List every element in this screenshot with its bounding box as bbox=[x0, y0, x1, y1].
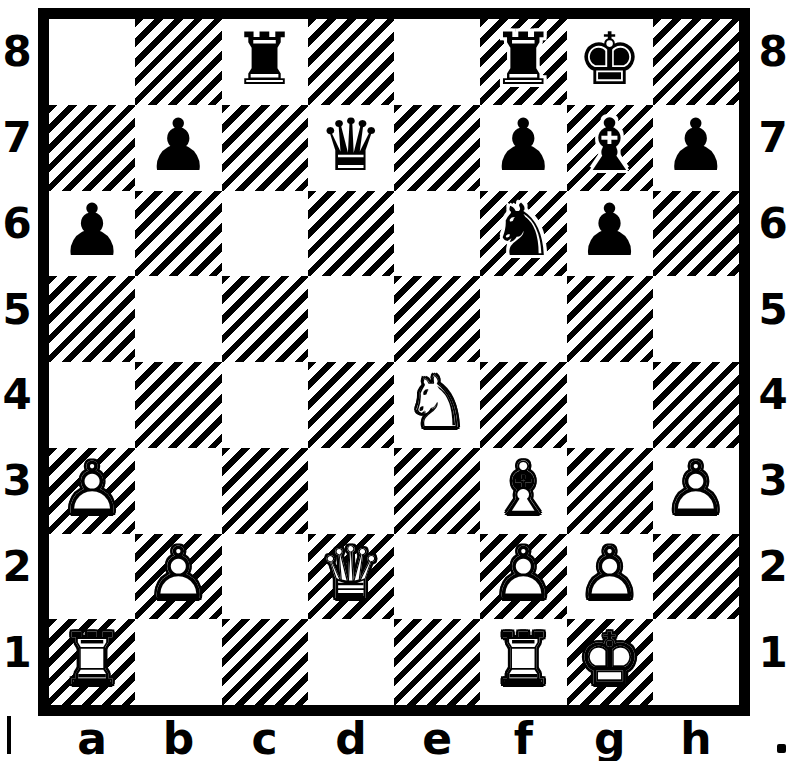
black-rook-icon: ♜ bbox=[222, 19, 308, 105]
scan-mark-bottom-right bbox=[777, 744, 786, 753]
rank-label-8: 8 bbox=[0, 9, 34, 95]
square-e1[interactable] bbox=[394, 619, 480, 705]
square-f8[interactable]: ♜ bbox=[480, 19, 566, 105]
square-c4[interactable] bbox=[222, 362, 308, 448]
square-g2[interactable]: ♟♙ bbox=[567, 534, 653, 620]
square-h1[interactable] bbox=[653, 619, 739, 705]
square-b8[interactable] bbox=[135, 19, 221, 105]
square-g1[interactable]: ♚♔ bbox=[567, 619, 653, 705]
square-e6[interactable] bbox=[394, 191, 480, 277]
piece-glyph: ♜ bbox=[480, 23, 566, 95]
square-h7[interactable]: ♟ bbox=[653, 105, 739, 191]
file-label-d: d bbox=[308, 716, 394, 761]
square-f6[interactable]: ♞ bbox=[480, 191, 566, 277]
rank-label-3: 3 bbox=[756, 438, 789, 524]
rank-label-6: 6 bbox=[756, 181, 789, 267]
rank-label-1: 1 bbox=[756, 609, 789, 695]
square-h3[interactable]: ♟♙ bbox=[653, 448, 739, 534]
piece-glyph: ♟ bbox=[567, 194, 653, 266]
piece-glyph-detail: ♗ bbox=[480, 452, 566, 524]
file-label-c: c bbox=[222, 716, 308, 761]
piece-glyph: ♟ bbox=[49, 194, 135, 266]
piece-glyph-detail: ♙ bbox=[567, 537, 653, 609]
square-e7[interactable] bbox=[394, 105, 480, 191]
piece-glyph: ♟ bbox=[653, 109, 739, 181]
chess-board: ♜♜♚♟♛♟♝♟♟♞♟♞♘♟♙♝♗♟♙♟♙♛♕♟♙♟♙♜♖♜♖♚♔ bbox=[38, 8, 750, 716]
square-f2[interactable]: ♟♙ bbox=[480, 534, 566, 620]
square-d6[interactable] bbox=[308, 191, 394, 277]
piece-glyph-detail: ♙ bbox=[135, 537, 221, 609]
square-a5[interactable] bbox=[49, 276, 135, 362]
square-c3[interactable] bbox=[222, 448, 308, 534]
black-pawn-icon: ♟ bbox=[135, 105, 221, 191]
white-pawn-icon: ♟♙ bbox=[135, 534, 221, 620]
rank-label-5: 5 bbox=[756, 266, 789, 352]
square-e5[interactable] bbox=[394, 276, 480, 362]
rank-label-7: 7 bbox=[0, 95, 34, 181]
square-f5[interactable] bbox=[480, 276, 566, 362]
rank-label-2: 2 bbox=[0, 524, 34, 610]
piece-glyph: ♜ bbox=[222, 23, 308, 95]
square-g5[interactable] bbox=[567, 276, 653, 362]
white-queen-icon: ♛♕ bbox=[308, 534, 394, 620]
piece-glyph-detail: ♙ bbox=[49, 452, 135, 524]
piece-glyph: ♝ bbox=[567, 109, 653, 181]
square-b1[interactable] bbox=[135, 619, 221, 705]
square-c2[interactable] bbox=[222, 534, 308, 620]
rank-label-3: 3 bbox=[0, 438, 34, 524]
square-b7[interactable]: ♟ bbox=[135, 105, 221, 191]
white-bishop-icon: ♝♗ bbox=[480, 448, 566, 534]
square-d8[interactable] bbox=[308, 19, 394, 105]
square-a2[interactable] bbox=[49, 534, 135, 620]
white-pawn-icon: ♟♙ bbox=[49, 448, 135, 534]
square-h6[interactable] bbox=[653, 191, 739, 277]
white-pawn-icon: ♟♙ bbox=[480, 534, 566, 620]
square-a4[interactable] bbox=[49, 362, 135, 448]
file-labels: abcdefgh bbox=[49, 716, 739, 761]
square-d5[interactable] bbox=[308, 276, 394, 362]
square-h5[interactable] bbox=[653, 276, 739, 362]
black-pawn-icon: ♟ bbox=[567, 191, 653, 277]
file-label-a: a bbox=[49, 716, 135, 761]
file-label-h: h bbox=[653, 716, 739, 761]
piece-glyph: ♚ bbox=[567, 23, 653, 95]
piece-glyph-detail: ♙ bbox=[653, 452, 739, 524]
black-bishop-icon: ♝ bbox=[567, 105, 653, 191]
square-d4[interactable] bbox=[308, 362, 394, 448]
piece-glyph-detail: ♙ bbox=[480, 537, 566, 609]
square-e2[interactable] bbox=[394, 534, 480, 620]
square-d2[interactable]: ♛♕ bbox=[308, 534, 394, 620]
square-b6[interactable] bbox=[135, 191, 221, 277]
black-queen-icon: ♛ bbox=[308, 105, 394, 191]
black-pawn-icon: ♟ bbox=[653, 105, 739, 191]
square-a8[interactable] bbox=[49, 19, 135, 105]
rank-label-7: 7 bbox=[756, 95, 789, 181]
piece-glyph-detail: ♕ bbox=[308, 537, 394, 609]
square-h4[interactable] bbox=[653, 362, 739, 448]
piece-glyph-detail: ♖ bbox=[480, 623, 566, 695]
white-knight-icon: ♞♘ bbox=[394, 362, 480, 448]
white-pawn-icon: ♟♙ bbox=[653, 448, 739, 534]
square-g8[interactable]: ♚ bbox=[567, 19, 653, 105]
square-d1[interactable] bbox=[308, 619, 394, 705]
square-g3[interactable] bbox=[567, 448, 653, 534]
white-rook-icon: ♜♖ bbox=[480, 619, 566, 705]
square-a6[interactable]: ♟ bbox=[49, 191, 135, 277]
file-label-f: f bbox=[480, 716, 566, 761]
scan-mark-bottom-left bbox=[7, 716, 11, 754]
rank-label-4: 4 bbox=[756, 352, 789, 438]
square-f7[interactable]: ♟ bbox=[480, 105, 566, 191]
piece-glyph: ♟ bbox=[135, 109, 221, 181]
piece-glyph-detail: ♔ bbox=[567, 623, 653, 695]
square-h8[interactable] bbox=[653, 19, 739, 105]
piece-glyph: ♞ bbox=[480, 194, 566, 266]
square-c1[interactable] bbox=[222, 619, 308, 705]
white-pawn-icon: ♟♙ bbox=[567, 534, 653, 620]
square-e4[interactable]: ♞♘ bbox=[394, 362, 480, 448]
square-a1[interactable]: ♜♖ bbox=[49, 619, 135, 705]
square-b2[interactable]: ♟♙ bbox=[135, 534, 221, 620]
piece-glyph-detail: ♘ bbox=[394, 366, 480, 438]
square-d3[interactable] bbox=[308, 448, 394, 534]
square-g4[interactable] bbox=[567, 362, 653, 448]
piece-glyph-detail: ♖ bbox=[49, 623, 135, 695]
piece-glyph: ♟ bbox=[480, 109, 566, 181]
white-rook-icon: ♜♖ bbox=[49, 619, 135, 705]
square-h2[interactable] bbox=[653, 534, 739, 620]
rank-label-8: 8 bbox=[756, 9, 789, 95]
square-c6[interactable] bbox=[222, 191, 308, 277]
square-d7[interactable]: ♛ bbox=[308, 105, 394, 191]
square-f3[interactable]: ♝♗ bbox=[480, 448, 566, 534]
white-king-icon: ♚♔ bbox=[567, 619, 653, 705]
square-b4[interactable] bbox=[135, 362, 221, 448]
square-a3[interactable]: ♟♙ bbox=[49, 448, 135, 534]
rank-label-1: 1 bbox=[0, 609, 34, 695]
file-label-g: g bbox=[567, 716, 653, 761]
black-pawn-icon: ♟ bbox=[49, 191, 135, 277]
black-pawn-icon: ♟ bbox=[480, 105, 566, 191]
rank-label-6: 6 bbox=[0, 181, 34, 267]
rank-label-4: 4 bbox=[0, 352, 34, 438]
square-g6[interactable]: ♟ bbox=[567, 191, 653, 277]
file-label-e: e bbox=[394, 716, 480, 761]
square-c8[interactable]: ♜ bbox=[222, 19, 308, 105]
file-label-b: b bbox=[135, 716, 221, 761]
piece-glyph: ♛ bbox=[308, 109, 394, 181]
square-g7[interactable]: ♝ bbox=[567, 105, 653, 191]
rank-label-5: 5 bbox=[0, 266, 34, 352]
black-rook-icon: ♜ bbox=[480, 19, 566, 105]
square-e8[interactable] bbox=[394, 19, 480, 105]
square-c5[interactable] bbox=[222, 276, 308, 362]
square-b3[interactable] bbox=[135, 448, 221, 534]
square-e3[interactable] bbox=[394, 448, 480, 534]
square-f1[interactable]: ♜♖ bbox=[480, 619, 566, 705]
square-f4[interactable] bbox=[480, 362, 566, 448]
black-king-icon: ♚ bbox=[567, 19, 653, 105]
rank-label-2: 2 bbox=[756, 524, 789, 610]
black-knight-icon: ♞ bbox=[480, 191, 566, 277]
square-b5[interactable] bbox=[135, 276, 221, 362]
board-grid: ♜♜♚♟♛♟♝♟♟♞♟♞♘♟♙♝♗♟♙♟♙♛♕♟♙♟♙♜♖♜♖♚♔ bbox=[49, 19, 739, 705]
square-a7[interactable] bbox=[49, 105, 135, 191]
square-c7[interactable] bbox=[222, 105, 308, 191]
